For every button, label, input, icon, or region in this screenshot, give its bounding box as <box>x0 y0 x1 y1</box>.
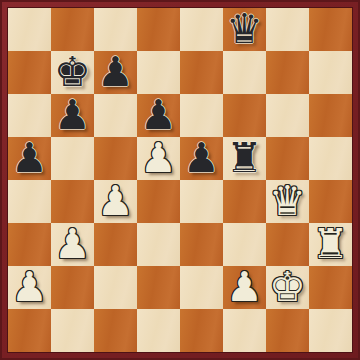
square-b2[interactable] <box>51 266 94 309</box>
square-g2[interactable]: ♚ <box>266 266 309 309</box>
square-f8[interactable]: ♛ <box>223 8 266 51</box>
square-a7[interactable] <box>8 51 51 94</box>
square-e4[interactable] <box>180 180 223 223</box>
chess-board: ♛♚♟♟♟♟♟♟♜♟♛♟♜♟♟♚ <box>8 8 352 352</box>
square-c3[interactable] <box>94 223 137 266</box>
square-b4[interactable] <box>51 180 94 223</box>
square-a4[interactable] <box>8 180 51 223</box>
square-h8[interactable] <box>309 8 352 51</box>
square-b3[interactable]: ♟ <box>51 223 94 266</box>
square-h5[interactable] <box>309 137 352 180</box>
square-e1[interactable] <box>180 309 223 352</box>
square-f6[interactable] <box>223 94 266 137</box>
square-e7[interactable] <box>180 51 223 94</box>
square-d8[interactable] <box>137 8 180 51</box>
piece-black-pawn-e5[interactable]: ♟ <box>183 137 220 180</box>
piece-white-pawn-f2[interactable]: ♟ <box>226 266 263 309</box>
square-d7[interactable] <box>137 51 180 94</box>
square-a8[interactable] <box>8 8 51 51</box>
square-h7[interactable] <box>309 51 352 94</box>
piece-black-pawn-b6[interactable]: ♟ <box>54 94 91 137</box>
square-h2[interactable] <box>309 266 352 309</box>
piece-black-pawn-d6[interactable]: ♟ <box>140 94 177 137</box>
square-g7[interactable] <box>266 51 309 94</box>
square-e2[interactable] <box>180 266 223 309</box>
square-b8[interactable] <box>51 8 94 51</box>
square-f5[interactable]: ♜ <box>223 137 266 180</box>
square-a3[interactable] <box>8 223 51 266</box>
square-a1[interactable] <box>8 309 51 352</box>
square-a5[interactable]: ♟ <box>8 137 51 180</box>
square-g5[interactable] <box>266 137 309 180</box>
square-b1[interactable] <box>51 309 94 352</box>
piece-white-pawn-d5[interactable]: ♟ <box>140 137 177 180</box>
square-g3[interactable] <box>266 223 309 266</box>
piece-black-pawn-a5[interactable]: ♟ <box>11 137 48 180</box>
piece-white-rook-h3[interactable]: ♜ <box>312 223 349 266</box>
piece-white-queen-g4[interactable]: ♛ <box>269 180 306 223</box>
square-h4[interactable] <box>309 180 352 223</box>
square-f4[interactable] <box>223 180 266 223</box>
square-c4[interactable]: ♟ <box>94 180 137 223</box>
square-f7[interactable] <box>223 51 266 94</box>
square-a6[interactable] <box>8 94 51 137</box>
piece-white-pawn-a2[interactable]: ♟ <box>11 266 48 309</box>
square-e6[interactable] <box>180 94 223 137</box>
piece-black-rook-f5[interactable]: ♜ <box>226 137 263 180</box>
square-e8[interactable] <box>180 8 223 51</box>
piece-white-pawn-b3[interactable]: ♟ <box>54 223 91 266</box>
square-h6[interactable] <box>309 94 352 137</box>
square-c8[interactable] <box>94 8 137 51</box>
square-c1[interactable] <box>94 309 137 352</box>
square-a2[interactable]: ♟ <box>8 266 51 309</box>
square-g8[interactable] <box>266 8 309 51</box>
piece-white-pawn-c4[interactable]: ♟ <box>97 180 134 223</box>
piece-black-queen-f8[interactable]: ♛ <box>226 8 263 51</box>
square-f3[interactable] <box>223 223 266 266</box>
square-e3[interactable] <box>180 223 223 266</box>
piece-white-king-g2[interactable]: ♚ <box>269 266 306 309</box>
square-g6[interactable] <box>266 94 309 137</box>
square-d5[interactable]: ♟ <box>137 137 180 180</box>
square-h1[interactable] <box>309 309 352 352</box>
square-h3[interactable]: ♜ <box>309 223 352 266</box>
square-b7[interactable]: ♚ <box>51 51 94 94</box>
square-f1[interactable] <box>223 309 266 352</box>
piece-black-king-b7[interactable]: ♚ <box>54 51 91 94</box>
square-d6[interactable]: ♟ <box>137 94 180 137</box>
square-c7[interactable]: ♟ <box>94 51 137 94</box>
piece-black-pawn-c7[interactable]: ♟ <box>97 51 134 94</box>
board-frame: ♛♚♟♟♟♟♟♟♜♟♛♟♜♟♟♚ <box>0 0 360 360</box>
square-b5[interactable] <box>51 137 94 180</box>
square-d4[interactable] <box>137 180 180 223</box>
square-c2[interactable] <box>94 266 137 309</box>
square-d1[interactable] <box>137 309 180 352</box>
square-e5[interactable]: ♟ <box>180 137 223 180</box>
square-g1[interactable] <box>266 309 309 352</box>
square-c6[interactable] <box>94 94 137 137</box>
square-d3[interactable] <box>137 223 180 266</box>
square-c5[interactable] <box>94 137 137 180</box>
square-f2[interactable]: ♟ <box>223 266 266 309</box>
square-d2[interactable] <box>137 266 180 309</box>
square-b6[interactable]: ♟ <box>51 94 94 137</box>
square-g4[interactable]: ♛ <box>266 180 309 223</box>
